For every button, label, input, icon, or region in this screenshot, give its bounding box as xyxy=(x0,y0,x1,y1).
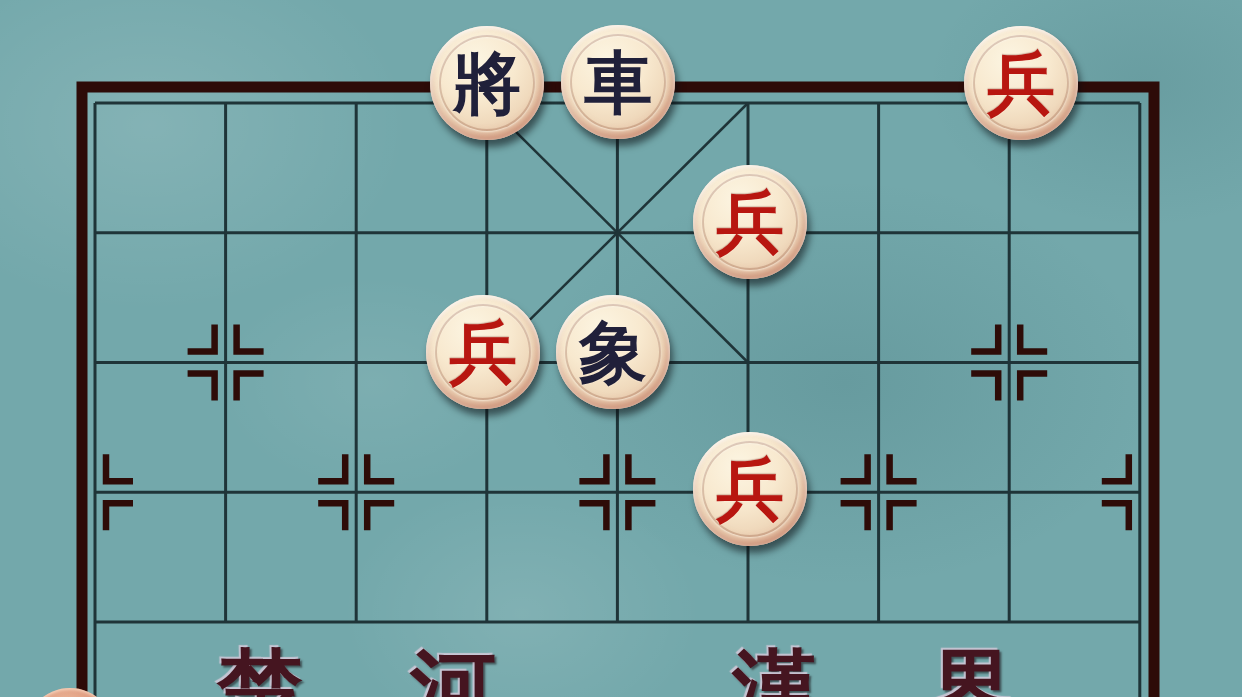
red-soldier[interactable]: 兵 xyxy=(693,432,807,546)
river-label-char: 界 xyxy=(929,646,1015,697)
black-chariot[interactable]: 車 xyxy=(561,25,675,139)
black-elephant[interactable]: 象 xyxy=(556,295,670,409)
piece-character: 兵 xyxy=(693,432,807,546)
red-soldier[interactable]: 兵 xyxy=(693,165,807,279)
piece-character: 將 xyxy=(430,26,544,140)
piece-character: 車 xyxy=(561,25,675,139)
piece-character: 兵 xyxy=(426,295,540,409)
red-soldier[interactable]: 兵 xyxy=(964,26,1078,140)
black-general[interactable]: 將 xyxy=(430,26,544,140)
river-label-char: 楚 xyxy=(217,646,303,697)
piece-character: 象 xyxy=(556,295,670,409)
river-label-char: 河 xyxy=(410,646,496,697)
xiangqi-board[interactable]: 楚河漢界 將車兵兵兵象兵 xyxy=(0,0,1242,697)
piece-character: 兵 xyxy=(964,26,1078,140)
piece-character: 兵 xyxy=(693,165,807,279)
red-soldier[interactable]: 兵 xyxy=(426,295,540,409)
river-label-char: 漢 xyxy=(732,646,818,697)
